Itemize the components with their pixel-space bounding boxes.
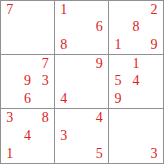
- cell-r8c7-empty: [109, 127, 127, 145]
- box-3-3: 3: [109, 109, 163, 163]
- cell-r4c3-given: 7: [36, 55, 54, 73]
- cell-r4c5-empty: [73, 55, 91, 73]
- cell-r3c5-empty: [73, 36, 91, 54]
- cell-r6c3-empty: [36, 90, 54, 108]
- cell-r4c2-empty: [19, 55, 37, 73]
- cell-r7c4-empty: [55, 109, 73, 127]
- cell-r1c6-empty: [90, 1, 108, 19]
- cell-r2c6-given: 6: [90, 19, 108, 37]
- cell-r8c9-empty: [145, 127, 163, 145]
- cell-r2c2-empty: [19, 19, 37, 37]
- cell-r7c7-empty: [109, 109, 127, 127]
- cell-r2c4-empty: [55, 19, 73, 37]
- cell-r3c8-empty: [127, 36, 145, 54]
- cell-r2c7-empty: [109, 19, 127, 37]
- cell-r6c5-empty: [73, 90, 91, 108]
- cell-r9c8-empty: [127, 145, 145, 163]
- sudoku-board: 71682819793694154938414353: [0, 0, 164, 164]
- cell-r9c2-empty: [19, 145, 37, 163]
- cell-r2c9-empty: [145, 19, 163, 37]
- cell-r3c3-empty: [36, 36, 54, 54]
- cell-r7c9-empty: [145, 109, 163, 127]
- cell-r6c2-given: 6: [19, 90, 37, 108]
- cell-r9c3-empty: [36, 145, 54, 163]
- cell-r2c3-empty: [36, 19, 54, 37]
- cell-r7c2-empty: [19, 109, 37, 127]
- cell-r1c1-given: 7: [1, 1, 19, 19]
- cell-r8c2-given: 4: [19, 127, 37, 145]
- box-3-2: 435: [55, 109, 109, 163]
- cell-r9c1-given: 1: [1, 145, 19, 163]
- cell-r9c4-empty: [55, 145, 73, 163]
- cell-r1c4-given: 1: [55, 1, 73, 19]
- cell-r3c7-given: 1: [109, 36, 127, 54]
- cell-r5c9-empty: [145, 73, 163, 91]
- cell-r8c5-empty: [73, 127, 91, 145]
- cell-r5c8-given: 4: [127, 73, 145, 91]
- cell-r1c8-empty: [127, 1, 145, 19]
- cell-r5c6-empty: [90, 73, 108, 91]
- cell-r8c1-empty: [1, 127, 19, 145]
- cell-r6c6-empty: [90, 90, 108, 108]
- cell-r8c8-empty: [127, 127, 145, 145]
- cell-r6c7-given: 9: [109, 90, 127, 108]
- cell-r2c8-given: 8: [127, 19, 145, 37]
- cell-r3c4-given: 8: [55, 36, 73, 54]
- cell-r8c4-given: 3: [55, 127, 73, 145]
- cell-r2c1-empty: [1, 19, 19, 37]
- cell-r7c8-empty: [127, 109, 145, 127]
- box-1-1: 7: [1, 1, 55, 55]
- cell-r5c1-empty: [1, 73, 19, 91]
- cell-r7c1-given: 3: [1, 109, 19, 127]
- box-3-1: 3841: [1, 109, 55, 163]
- cell-r5c4-empty: [55, 73, 73, 91]
- cell-r3c9-given: 9: [145, 36, 163, 54]
- box-2-2: 94: [55, 55, 109, 109]
- cell-r8c6-empty: [90, 127, 108, 145]
- cell-r5c5-empty: [73, 73, 91, 91]
- cell-r3c1-empty: [1, 36, 19, 54]
- cell-r6c4-given: 4: [55, 90, 73, 108]
- cell-r4c6-given: 9: [90, 55, 108, 73]
- cell-r1c5-empty: [73, 1, 91, 19]
- cell-r4c7-empty: [109, 55, 127, 73]
- cell-r6c1-empty: [1, 90, 19, 108]
- box-1-2: 168: [55, 1, 109, 55]
- cell-r2c5-empty: [73, 19, 91, 37]
- cell-r1c9-given: 2: [145, 1, 163, 19]
- cell-r7c3-given: 8: [36, 109, 54, 127]
- cell-r1c2-empty: [19, 1, 37, 19]
- cell-r5c3-given: 3: [36, 73, 54, 91]
- cell-r5c2-given: 9: [19, 73, 37, 91]
- box-1-3: 2819: [109, 1, 163, 55]
- cell-r7c6-given: 4: [90, 109, 108, 127]
- cell-r3c6-empty: [90, 36, 108, 54]
- box-2-3: 1549: [109, 55, 163, 109]
- cell-r5c7-given: 5: [109, 73, 127, 91]
- cell-r4c9-empty: [145, 55, 163, 73]
- cell-r8c3-empty: [36, 127, 54, 145]
- cell-r9c7-empty: [109, 145, 127, 163]
- cell-r4c4-empty: [55, 55, 73, 73]
- box-2-1: 7936: [1, 55, 55, 109]
- cell-r9c9-given: 3: [145, 145, 163, 163]
- cell-r6c8-empty: [127, 90, 145, 108]
- cell-r4c8-given: 1: [127, 55, 145, 73]
- cell-r1c7-empty: [109, 1, 127, 19]
- cell-r6c9-empty: [145, 90, 163, 108]
- cell-r7c5-empty: [73, 109, 91, 127]
- cell-r3c2-empty: [19, 36, 37, 54]
- cell-r1c3-empty: [36, 1, 54, 19]
- cell-r9c5-empty: [73, 145, 91, 163]
- cell-r9c6-given: 5: [90, 145, 108, 163]
- cell-r4c1-empty: [1, 55, 19, 73]
